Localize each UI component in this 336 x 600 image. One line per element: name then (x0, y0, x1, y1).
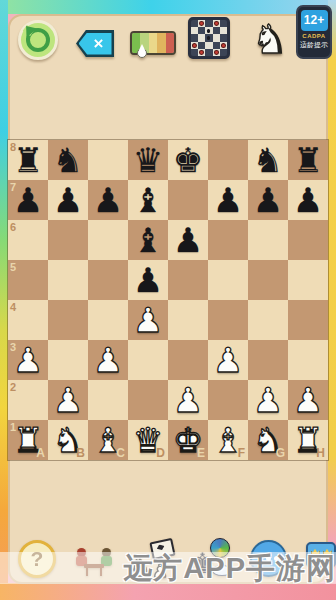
age-rating-value: 12+ (301, 10, 328, 31)
square-e3[interactable] (168, 340, 208, 380)
square-f3[interactable]: ♟ (208, 340, 248, 380)
black-rook: ♜ (13, 140, 43, 180)
white-pawn: ♟ (53, 380, 83, 420)
rank-label-7: 7 (10, 181, 16, 193)
black-bishop: ♝ (133, 220, 163, 260)
square-c5[interactable] (88, 260, 128, 300)
square-h8[interactable]: ♜ (288, 140, 328, 180)
square-d8[interactable]: ♛ (128, 140, 168, 180)
square-a4[interactable]: 4 (8, 300, 48, 340)
square-e1[interactable]: E♚ (168, 420, 208, 460)
black-queen: ♛ (133, 140, 163, 180)
square-e6[interactable]: ♟ (168, 220, 208, 260)
square-g4[interactable] (248, 300, 288, 340)
file-label-f: F (238, 446, 245, 460)
black-pawn: ♟ (93, 180, 123, 220)
square-a7[interactable]: 7♟ (8, 180, 48, 220)
square-f1[interactable]: F♝ (208, 420, 248, 460)
black-pawn: ♟ (213, 180, 243, 220)
square-a6[interactable]: 6 (8, 220, 48, 260)
square-b3[interactable] (48, 340, 88, 380)
age-rating-label: 适龄提示 (298, 40, 330, 49)
square-b5[interactable] (48, 260, 88, 300)
file-label-e: E (197, 446, 205, 460)
square-b8[interactable]: ♞ (48, 140, 88, 180)
square-h1[interactable]: H♜ (288, 420, 328, 460)
black-rook: ♜ (293, 140, 323, 180)
rank-label-5: 5 (10, 261, 16, 273)
square-d1[interactable]: D♛ (128, 420, 168, 460)
background-gradient-right (328, 0, 336, 600)
square-c2[interactable] (88, 380, 128, 420)
square-e4[interactable] (168, 300, 208, 340)
difficulty-pointer-icon (137, 48, 147, 58)
undo-button[interactable]: × (76, 30, 114, 57)
square-b4[interactable] (48, 300, 88, 340)
square-h3[interactable] (288, 340, 328, 380)
black-knight: ♞ (53, 140, 83, 180)
square-g3[interactable] (248, 340, 288, 380)
square-f2[interactable] (208, 380, 248, 420)
black-king: ♚ (173, 140, 203, 180)
rank-label-8: 8 (10, 141, 16, 153)
square-g7[interactable]: ♟ (248, 180, 288, 220)
black-pawn: ♟ (253, 180, 283, 220)
background-gradient-top (0, 0, 336, 14)
age-rating-badge: 12+ CADPA 适龄提示 (296, 5, 332, 59)
file-label-g: G (276, 446, 285, 460)
square-d7[interactable]: ♝ (128, 180, 168, 220)
black-pawn: ♟ (173, 220, 203, 260)
square-e5[interactable] (168, 260, 208, 300)
square-d3[interactable] (128, 340, 168, 380)
square-a1[interactable]: 1A♜ (8, 420, 48, 460)
square-c1[interactable]: C♝ (88, 420, 128, 460)
square-b1[interactable]: B♞ (48, 420, 88, 460)
square-b7[interactable]: ♟ (48, 180, 88, 220)
rank-label-2: 2 (10, 381, 16, 393)
square-g5[interactable] (248, 260, 288, 300)
file-label-h: H (316, 446, 325, 460)
restart-button[interactable] (18, 20, 58, 60)
square-d4[interactable]: ♟ (128, 300, 168, 340)
black-pawn: ♟ (293, 180, 323, 220)
rank-label-4: 4 (10, 301, 16, 313)
square-c4[interactable] (88, 300, 128, 340)
chess-board: 8♜♞♛♚♞♜7♟♟♟♝♟♟♟6♝♟5♟4♟3♟♟♟2♟♟♟♟1A♜B♞C♝D♛… (8, 140, 328, 460)
white-pawn: ♟ (253, 380, 283, 420)
square-a2[interactable]: 2 (8, 380, 48, 420)
square-g2[interactable]: ♟ (248, 380, 288, 420)
square-g6[interactable] (248, 220, 288, 260)
restart-icon (26, 28, 50, 52)
backspace-x-glyph: × (94, 35, 104, 52)
square-a5[interactable]: 5 (8, 260, 48, 300)
file-label-b: B (76, 446, 85, 460)
white-pawn: ♟ (133, 300, 163, 340)
black-knight: ♞ (253, 140, 283, 180)
square-c3[interactable]: ♟ (88, 340, 128, 380)
square-f7[interactable]: ♟ (208, 180, 248, 220)
file-label-c: C (116, 446, 125, 460)
square-e2[interactable]: ♟ (168, 380, 208, 420)
square-d6[interactable]: ♝ (128, 220, 168, 260)
file-label-d: D (156, 446, 165, 460)
rank-label-1: 1 (10, 421, 16, 433)
square-c6[interactable] (88, 220, 128, 260)
square-a3[interactable]: 3♟ (8, 340, 48, 380)
black-pawn: ♟ (133, 260, 163, 300)
square-b2[interactable]: ♟ (48, 380, 88, 420)
white-pawn: ♟ (93, 340, 123, 380)
black-bishop: ♝ (133, 180, 163, 220)
rank-label-6: 6 (10, 221, 16, 233)
square-e8[interactable]: ♚ (168, 140, 208, 180)
square-f8[interactable] (208, 140, 248, 180)
square-c8[interactable] (88, 140, 128, 180)
white-pawn: ♟ (173, 380, 203, 420)
white-knight-icon: ♞ (252, 19, 288, 59)
square-f6[interactable] (208, 220, 248, 260)
main-panel: × ♞ 12+ CADPA 适龄提示 8♜♞♛♚♞♜7♟♟♟♝♟♟♟6♝♟5♟4… (8, 14, 328, 584)
black-pawn: ♟ (13, 180, 43, 220)
square-h7[interactable]: ♟ (288, 180, 328, 220)
white-pawn: ♟ (213, 340, 243, 380)
square-c7[interactable]: ♟ (88, 180, 128, 220)
square-f5[interactable] (208, 260, 248, 300)
white-pawn: ♟ (13, 340, 43, 380)
square-b6[interactable] (48, 220, 88, 260)
square-f4[interactable] (208, 300, 248, 340)
square-h2[interactable]: ♟ (288, 380, 328, 420)
square-h5[interactable] (288, 260, 328, 300)
square-d5[interactable]: ♟ (128, 260, 168, 300)
watermark: 远方APP手游网 (0, 552, 336, 584)
file-label-a: A (36, 446, 45, 460)
watermark-text: 远方APP手游网 (123, 552, 336, 584)
rank-label-3: 3 (10, 341, 16, 353)
age-rating-org: CADPA (298, 32, 330, 40)
knight-mode-button[interactable]: ♞ (248, 16, 292, 62)
square-d2[interactable] (128, 380, 168, 420)
square-e7[interactable] (168, 180, 208, 220)
background-gradient-bottom (0, 583, 336, 600)
square-g1[interactable]: G♞ (248, 420, 288, 460)
board-setup-button[interactable] (188, 17, 230, 59)
square-a8[interactable]: 8♜ (8, 140, 48, 180)
square-h4[interactable] (288, 300, 328, 340)
black-pawn: ♟ (53, 180, 83, 220)
square-g8[interactable]: ♞ (248, 140, 288, 180)
square-h6[interactable] (288, 220, 328, 260)
white-pawn: ♟ (293, 380, 323, 420)
background-gradient-left (0, 0, 8, 600)
difficulty-meter[interactable] (130, 31, 176, 63)
